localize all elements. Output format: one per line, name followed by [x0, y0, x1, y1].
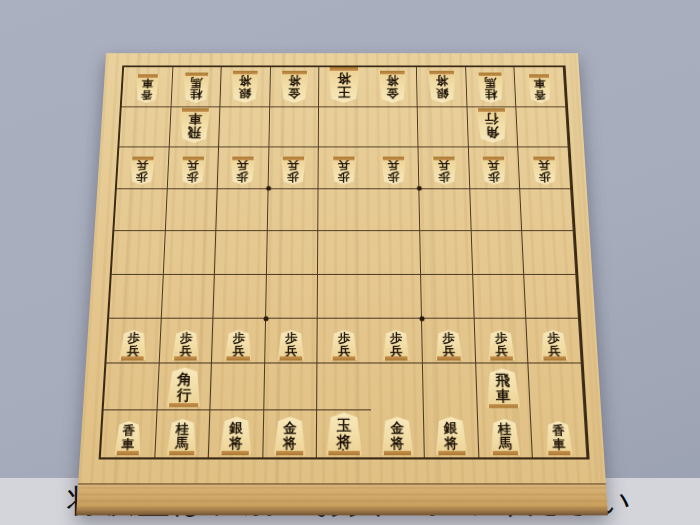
piece-lance-sente: 香車	[114, 421, 142, 455]
board-cell	[163, 231, 216, 274]
board-cell	[529, 364, 585, 410]
board-cell: 玉将	[317, 410, 371, 457]
board-cell: 歩兵	[475, 319, 529, 364]
piece-knight-gote: 桂馬	[182, 73, 210, 103]
board-cell: 桂馬	[171, 67, 222, 107]
board-cell	[421, 274, 474, 318]
piece-pawn-sente: 歩兵	[225, 330, 252, 361]
board-cell: 歩兵	[167, 148, 219, 189]
board-cell: 金将	[263, 410, 317, 457]
board-cell: 香車	[122, 67, 173, 107]
board-cell	[266, 274, 318, 318]
board-cell: 銀将	[209, 410, 264, 457]
piece-pawn-gote: 歩兵	[381, 156, 407, 184]
board-cell	[517, 107, 569, 147]
board-cell	[369, 189, 420, 231]
board-cell	[369, 231, 421, 274]
board-cell	[264, 364, 318, 410]
board-cell: 金将	[270, 67, 320, 107]
board-cell	[525, 274, 579, 318]
board-cell: 銀将	[417, 67, 467, 107]
board-cell: 歩兵	[117, 148, 169, 189]
piece-rook-gote: 飛車	[178, 109, 210, 144]
board-cell: 角行	[157, 364, 212, 410]
board-cell	[318, 231, 370, 274]
piece-lance-gote: 香車	[134, 74, 159, 103]
board-cell: 歩兵	[419, 148, 470, 189]
board-cell: 歩兵	[469, 148, 521, 189]
piece-pawn-sente: 歩兵	[172, 330, 200, 361]
board-cell	[112, 231, 166, 274]
piece-silver-gote: 銀将	[230, 71, 259, 103]
board-cell	[219, 107, 270, 147]
board-cell: 歩兵	[318, 319, 371, 364]
piece-silver-gote: 銀将	[427, 71, 456, 103]
piece-lance-gote: 香車	[527, 74, 552, 103]
board-cell	[114, 189, 167, 231]
board-cell: 桂馬	[155, 410, 211, 457]
board-cell: 歩兵	[265, 319, 318, 364]
shogi-board: 香車桂馬銀将金将王将金将銀将桂馬香車飛車角行歩兵歩兵歩兵歩兵歩兵歩兵歩兵歩兵歩兵…	[76, 53, 608, 514]
board-cell: 金将	[371, 410, 425, 457]
board-cell: 桂馬	[478, 410, 534, 457]
board-cell: 香車	[101, 410, 157, 457]
board-cell	[161, 274, 215, 318]
piece-king-gote: 王将	[328, 67, 361, 103]
piece-silver-sente: 銀将	[435, 417, 467, 455]
board-cell	[421, 231, 473, 274]
board-cell	[521, 189, 574, 231]
board-cell	[216, 189, 268, 231]
piece-king-sente: 玉将	[326, 413, 362, 456]
board-cell: 歩兵	[212, 319, 266, 364]
board-cell	[119, 107, 171, 147]
board-cell	[369, 107, 419, 147]
piece-pawn-gote: 歩兵	[180, 156, 206, 184]
board-cell: 歩兵	[422, 319, 476, 364]
board-cell	[472, 231, 525, 274]
board-cell	[165, 189, 217, 231]
board-cell	[109, 274, 163, 318]
piece-pawn-sente: 歩兵	[277, 330, 304, 361]
board-cell	[214, 274, 267, 318]
board-cell: 歩兵	[519, 148, 571, 189]
piece-gold-gote: 金将	[280, 71, 309, 103]
board-cell: 金将	[368, 67, 418, 107]
piece-pawn-sente: 歩兵	[331, 330, 358, 361]
board-cell	[318, 189, 369, 231]
board-cell: 歩兵	[527, 319, 582, 364]
board-cell: 歩兵	[369, 148, 420, 189]
board-cell: 銀将	[220, 67, 270, 107]
star-point	[420, 316, 425, 321]
star-point	[417, 186, 422, 191]
piece-knight-gote: 桂馬	[477, 73, 505, 103]
board-cell: 王将	[319, 67, 368, 107]
board-cell	[523, 231, 577, 274]
piece-knight-sente: 桂馬	[167, 419, 198, 455]
piece-pawn-gote: 歩兵	[531, 156, 558, 184]
board-cell: 歩兵	[319, 148, 369, 189]
board-cell: 飛車	[169, 107, 220, 147]
board-cell	[418, 107, 469, 147]
board-cell	[317, 364, 370, 410]
piece-gold-sente: 金将	[381, 417, 413, 455]
board-cell: 歩兵	[218, 148, 269, 189]
piece-gold-sente: 金将	[274, 417, 306, 455]
board-cell: 歩兵	[370, 319, 423, 364]
piece-pawn-gote: 歩兵	[431, 156, 457, 184]
product-photo: 将棋盤は、別途お買い求めください 香車桂馬銀将金将王将金将銀将桂馬香車飛車角行歩…	[0, 0, 700, 525]
board-face: 香車桂馬銀将金将王将金将銀将桂馬香車飛車角行歩兵歩兵歩兵歩兵歩兵歩兵歩兵歩兵歩兵…	[78, 53, 606, 483]
board-cell	[267, 189, 318, 231]
board-cell	[318, 274, 370, 318]
board-cell: 飛車	[476, 364, 531, 410]
board-cell: 歩兵	[268, 148, 319, 189]
piece-pawn-sente: 歩兵	[487, 330, 515, 361]
piece-silver-sente: 銀将	[220, 417, 252, 455]
board-cell: 銀将	[424, 410, 479, 457]
piece-gold-gote: 金将	[378, 71, 407, 103]
board-cell	[423, 364, 477, 410]
piece-pawn-sente: 歩兵	[383, 330, 410, 361]
board-cell: 桂馬	[466, 67, 517, 107]
piece-rook-sente: 飛車	[486, 368, 521, 408]
board-cell: 歩兵	[159, 319, 213, 364]
board-cell: 香車	[531, 410, 587, 457]
piece-lance-sente: 香車	[545, 421, 573, 455]
piece-pawn-gote: 歩兵	[129, 156, 156, 184]
board-cell: 香車	[515, 67, 566, 107]
board-cell	[104, 364, 160, 410]
piece-pawn-sente: 歩兵	[540, 330, 568, 361]
board-cell: 角行	[467, 107, 518, 147]
board-cell	[319, 107, 369, 147]
board-front-edge	[76, 483, 608, 515]
board-cell: 歩兵	[106, 319, 161, 364]
piece-pawn-gote: 歩兵	[331, 156, 356, 184]
board-grid: 香車桂馬銀将金将王将金将銀将桂馬香車飛車角行歩兵歩兵歩兵歩兵歩兵歩兵歩兵歩兵歩兵…	[99, 65, 590, 459]
board-cell	[473, 274, 527, 318]
piece-pawn-gote: 歩兵	[481, 156, 507, 184]
star-point	[266, 186, 271, 191]
board-cell	[370, 274, 423, 318]
board-cell	[215, 231, 267, 274]
piece-bishop-sente: 角行	[167, 367, 202, 407]
piece-pawn-gote: 歩兵	[230, 156, 256, 184]
board-cell	[269, 107, 319, 147]
board-cell	[211, 364, 265, 410]
board-cell	[420, 189, 472, 231]
piece-bishop-gote: 角行	[476, 109, 508, 144]
board-cell	[370, 364, 424, 410]
piece-pawn-sente: 歩兵	[119, 330, 147, 361]
piece-pawn-sente: 歩兵	[435, 330, 462, 361]
piece-knight-sente: 桂馬	[490, 419, 521, 455]
board-cell	[267, 231, 319, 274]
piece-pawn-gote: 歩兵	[280, 156, 306, 184]
maker-signature	[338, 448, 340, 450]
board-cell	[470, 189, 522, 231]
